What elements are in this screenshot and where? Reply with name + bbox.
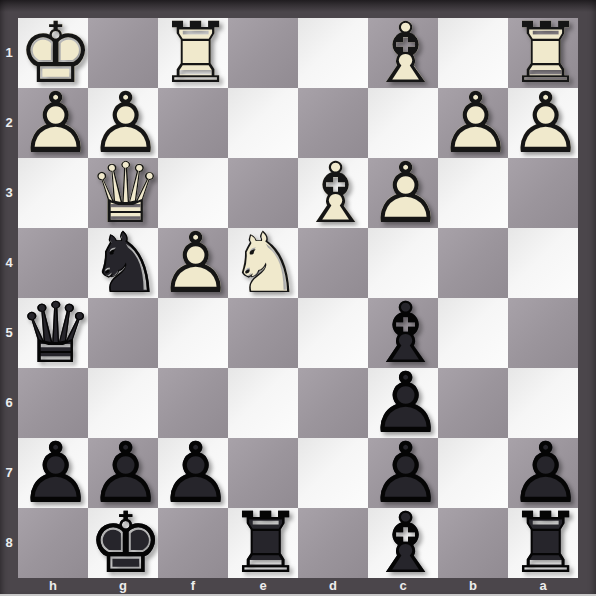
piece-fill-layer: ♛ xyxy=(88,158,158,228)
square-b1[interactable] xyxy=(438,18,508,88)
square-f6[interactable] xyxy=(158,368,228,438)
piece-outline-layer: ♙ xyxy=(508,438,578,508)
piece-fill-layer: ♟ xyxy=(508,88,578,158)
rank-label-7: 7 xyxy=(0,438,18,508)
piece-white-pawn[interactable]: ♟♙ xyxy=(18,88,88,158)
rank-label-1: 1 xyxy=(0,18,18,88)
square-g5[interactable] xyxy=(88,298,158,368)
piece-outline-layer: ♖ xyxy=(228,508,298,578)
square-d3[interactable]: ♝♗ xyxy=(298,158,368,228)
square-c5[interactable]: ♝♗ xyxy=(368,298,438,368)
piece-black-knight[interactable]: ♞♘ xyxy=(88,228,158,298)
piece-fill-layer: ♟ xyxy=(368,368,438,438)
piece-black-pawn[interactable]: ♟♙ xyxy=(18,438,88,508)
square-g6[interactable] xyxy=(88,368,158,438)
piece-outline-layer: ♙ xyxy=(438,88,508,158)
piece-fill-layer: ♝ xyxy=(368,508,438,578)
piece-outline-layer: ♙ xyxy=(368,438,438,508)
piece-black-rook[interactable]: ♜♖ xyxy=(228,508,298,578)
square-h2[interactable]: ♟♙ xyxy=(18,88,88,158)
piece-black-pawn[interactable]: ♟♙ xyxy=(508,438,578,508)
square-g3[interactable]: ♛♕ xyxy=(88,158,158,228)
piece-white-bishop[interactable]: ♝♗ xyxy=(298,158,368,228)
square-a4[interactable] xyxy=(508,228,578,298)
rank-label-8: 8 xyxy=(0,508,18,578)
square-a5[interactable] xyxy=(508,298,578,368)
piece-outline-layer: ♘ xyxy=(88,228,158,298)
square-f2[interactable] xyxy=(158,88,228,158)
piece-outline-layer: ♗ xyxy=(368,18,438,88)
square-b3[interactable] xyxy=(438,158,508,228)
square-f1[interactable]: ♜♖ xyxy=(158,18,228,88)
square-e1[interactable] xyxy=(228,18,298,88)
square-g2[interactable]: ♟♙ xyxy=(88,88,158,158)
piece-outline-layer: ♙ xyxy=(158,228,228,298)
file-label-a: a xyxy=(508,578,578,596)
piece-outline-layer: ♙ xyxy=(88,438,158,508)
square-b6[interactable] xyxy=(438,368,508,438)
square-f5[interactable] xyxy=(158,298,228,368)
piece-white-rook[interactable]: ♜♖ xyxy=(508,18,578,88)
square-e7[interactable] xyxy=(228,438,298,508)
square-h7[interactable]: ♟♙ xyxy=(18,438,88,508)
piece-outline-layer: ♕ xyxy=(88,158,158,228)
piece-fill-layer: ♟ xyxy=(368,438,438,508)
file-label-c: c xyxy=(368,578,438,596)
piece-black-bishop[interactable]: ♝♗ xyxy=(368,508,438,578)
square-e8[interactable]: ♜♖ xyxy=(228,508,298,578)
piece-fill-layer: ♝ xyxy=(298,158,368,228)
file-label-f: f xyxy=(158,578,228,596)
piece-fill-layer: ♟ xyxy=(158,438,228,508)
piece-fill-layer: ♚ xyxy=(18,18,88,88)
square-f3[interactable] xyxy=(158,158,228,228)
square-f7[interactable]: ♟♙ xyxy=(158,438,228,508)
square-f8[interactable] xyxy=(158,508,228,578)
file-label-b: b xyxy=(438,578,508,596)
square-d6[interactable] xyxy=(298,368,368,438)
rank-label-3: 3 xyxy=(0,158,18,228)
piece-black-rook[interactable]: ♜♖ xyxy=(508,508,578,578)
square-b2[interactable]: ♟♙ xyxy=(438,88,508,158)
piece-outline-layer: ♕ xyxy=(18,298,88,368)
square-d5[interactable] xyxy=(298,298,368,368)
piece-outline-layer: ♖ xyxy=(508,508,578,578)
piece-white-pawn[interactable]: ♟♙ xyxy=(158,228,228,298)
square-d7[interactable] xyxy=(298,438,368,508)
piece-white-king[interactable]: ♚♔ xyxy=(18,18,88,88)
square-h3[interactable] xyxy=(18,158,88,228)
piece-fill-layer: ♟ xyxy=(368,158,438,228)
piece-outline-layer: ♗ xyxy=(368,298,438,368)
piece-fill-layer: ♟ xyxy=(88,438,158,508)
rank-label-4: 4 xyxy=(0,228,18,298)
piece-black-pawn[interactable]: ♟♙ xyxy=(88,438,158,508)
piece-white-knight[interactable]: ♞♘ xyxy=(228,228,298,298)
piece-fill-layer: ♟ xyxy=(508,438,578,508)
file-label-d: d xyxy=(298,578,368,596)
square-c8[interactable]: ♝♗ xyxy=(368,508,438,578)
square-h6[interactable] xyxy=(18,368,88,438)
piece-black-pawn[interactable]: ♟♙ xyxy=(368,438,438,508)
piece-fill-layer: ♜ xyxy=(228,508,298,578)
square-a1[interactable]: ♜♖ xyxy=(508,18,578,88)
square-b4[interactable] xyxy=(438,228,508,298)
square-b5[interactable] xyxy=(438,298,508,368)
piece-outline-layer: ♔ xyxy=(88,508,158,578)
square-c3[interactable]: ♟♙ xyxy=(368,158,438,228)
piece-black-queen[interactable]: ♛♕ xyxy=(18,298,88,368)
square-h5[interactable]: ♛♕ xyxy=(18,298,88,368)
piece-outline-layer: ♘ xyxy=(228,228,298,298)
piece-white-pawn[interactable]: ♟♙ xyxy=(368,158,438,228)
square-c1[interactable]: ♝♗ xyxy=(368,18,438,88)
piece-black-pawn[interactable]: ♟♙ xyxy=(158,438,228,508)
piece-fill-layer: ♞ xyxy=(88,228,158,298)
piece-outline-layer: ♙ xyxy=(18,438,88,508)
square-c2[interactable] xyxy=(368,88,438,158)
piece-fill-layer: ♟ xyxy=(438,88,508,158)
file-label-h: h xyxy=(18,578,88,596)
square-c4[interactable] xyxy=(368,228,438,298)
piece-white-rook[interactable]: ♜♖ xyxy=(158,18,228,88)
piece-fill-layer: ♟ xyxy=(18,88,88,158)
piece-outline-layer: ♙ xyxy=(368,368,438,438)
piece-outline-layer: ♗ xyxy=(368,508,438,578)
square-a2[interactable]: ♟♙ xyxy=(508,88,578,158)
square-h1[interactable]: ♚♔ xyxy=(18,18,88,88)
piece-fill-layer: ♜ xyxy=(508,18,578,88)
square-b8[interactable] xyxy=(438,508,508,578)
square-a3[interactable] xyxy=(508,158,578,228)
file-label-e: e xyxy=(228,578,298,596)
piece-outline-layer: ♙ xyxy=(368,158,438,228)
piece-fill-layer: ♜ xyxy=(508,508,578,578)
rank-label-2: 2 xyxy=(0,88,18,158)
square-g1[interactable] xyxy=(88,18,158,88)
piece-fill-layer: ♞ xyxy=(228,228,298,298)
square-e4[interactable]: ♞♘ xyxy=(228,228,298,298)
square-b7[interactable] xyxy=(438,438,508,508)
file-label-g: g xyxy=(88,578,158,596)
square-e6[interactable] xyxy=(228,368,298,438)
piece-white-queen[interactable]: ♛♕ xyxy=(88,158,158,228)
rank-label-6: 6 xyxy=(0,368,18,438)
square-g7[interactable]: ♟♙ xyxy=(88,438,158,508)
square-e3[interactable] xyxy=(228,158,298,228)
piece-fill-layer: ♚ xyxy=(88,508,158,578)
square-e5[interactable] xyxy=(228,298,298,368)
rank-label-5: 5 xyxy=(0,298,18,368)
piece-white-pawn[interactable]: ♟♙ xyxy=(438,88,508,158)
piece-outline-layer: ♙ xyxy=(18,88,88,158)
square-a6[interactable] xyxy=(508,368,578,438)
square-h8[interactable] xyxy=(18,508,88,578)
chessboard: ♚♔♜♖♝♗♜♖♟♙♟♙♟♙♟♙♛♕♝♗♟♙♞♘♟♙♞♘♛♕♝♗♟♙♟♙♟♙♟♙… xyxy=(18,18,578,578)
square-d8[interactable] xyxy=(298,508,368,578)
square-f4[interactable]: ♟♙ xyxy=(158,228,228,298)
piece-outline-layer: ♙ xyxy=(158,438,228,508)
piece-white-bishop[interactable]: ♝♗ xyxy=(368,18,438,88)
piece-white-pawn[interactable]: ♟♙ xyxy=(88,88,158,158)
file-labels: hgfedcba xyxy=(18,578,578,596)
piece-fill-layer: ♟ xyxy=(18,438,88,508)
square-d1[interactable] xyxy=(298,18,368,88)
piece-outline-layer: ♔ xyxy=(18,18,88,88)
piece-outline-layer: ♙ xyxy=(508,88,578,158)
piece-fill-layer: ♝ xyxy=(368,18,438,88)
square-h4[interactable] xyxy=(18,228,88,298)
chessboard-frame: 12345678 hgfedcba ♚♔♜♖♝♗♜♖♟♙♟♙♟♙♟♙♛♕♝♗♟♙… xyxy=(0,0,596,596)
piece-white-pawn[interactable]: ♟♙ xyxy=(508,88,578,158)
piece-outline-layer: ♖ xyxy=(508,18,578,88)
square-g4[interactable]: ♞♘ xyxy=(88,228,158,298)
piece-black-pawn[interactable]: ♟♙ xyxy=(368,368,438,438)
rank-labels: 12345678 xyxy=(0,18,18,578)
square-d4[interactable] xyxy=(298,228,368,298)
piece-fill-layer: ♟ xyxy=(88,88,158,158)
square-a7[interactable]: ♟♙ xyxy=(508,438,578,508)
square-g8[interactable]: ♚♔ xyxy=(88,508,158,578)
square-e2[interactable] xyxy=(228,88,298,158)
piece-fill-layer: ♝ xyxy=(368,298,438,368)
square-d2[interactable] xyxy=(298,88,368,158)
piece-fill-layer: ♛ xyxy=(18,298,88,368)
piece-black-bishop[interactable]: ♝♗ xyxy=(368,298,438,368)
piece-fill-layer: ♟ xyxy=(158,228,228,298)
piece-outline-layer: ♙ xyxy=(88,88,158,158)
square-c7[interactable]: ♟♙ xyxy=(368,438,438,508)
piece-fill-layer: ♜ xyxy=(158,18,228,88)
square-a8[interactable]: ♜♖ xyxy=(508,508,578,578)
piece-outline-layer: ♖ xyxy=(158,18,228,88)
square-c6[interactable]: ♟♙ xyxy=(368,368,438,438)
piece-outline-layer: ♗ xyxy=(298,158,368,228)
piece-black-king[interactable]: ♚♔ xyxy=(88,508,158,578)
